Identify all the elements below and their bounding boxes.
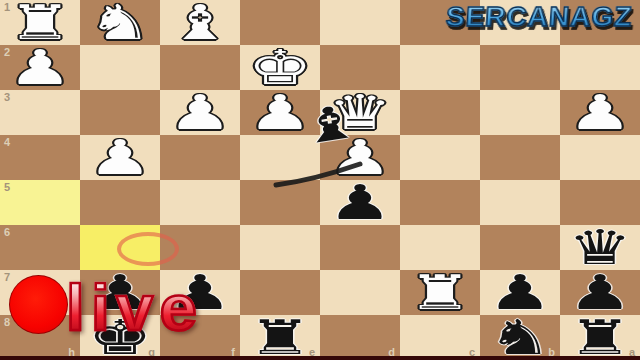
square-a4[interactable] <box>560 135 640 180</box>
square-a8[interactable]: a♜ <box>560 315 640 360</box>
square-g5[interactable] <box>80 180 160 225</box>
bottom-edge-strip <box>0 356 640 360</box>
piece-white-bishop[interactable]: ♝ <box>140 0 260 45</box>
rank-label-4: 4 <box>4 137 10 148</box>
piece-black-rook[interactable]: ♜ <box>220 315 340 360</box>
square-h3[interactable]: 3 <box>0 90 80 135</box>
square-e8[interactable]: e♜ <box>240 315 320 360</box>
piece-black-rook[interactable]: ♜ <box>540 315 640 360</box>
square-h2[interactable]: 2♟ <box>0 45 80 90</box>
record-dot-icon <box>9 275 68 334</box>
square-a3[interactable]: ♟ <box>560 90 640 135</box>
square-d6[interactable] <box>320 225 400 270</box>
square-b4[interactable] <box>480 135 560 180</box>
rank-label-8: 8 <box>4 317 10 328</box>
square-f1[interactable]: ♝ <box>160 0 240 45</box>
square-b2[interactable] <box>480 45 560 90</box>
square-e6[interactable] <box>240 225 320 270</box>
square-h6[interactable]: 6 <box>0 225 80 270</box>
square-d1[interactable] <box>320 0 400 45</box>
animated-piece-black-bishop: ♝ <box>296 95 363 154</box>
piece-white-pawn[interactable]: ♟ <box>0 45 100 90</box>
motion-trail <box>272 158 364 190</box>
square-h5[interactable]: 5 <box>0 180 80 225</box>
square-c2[interactable] <box>400 45 480 90</box>
piece-white-pawn[interactable]: ♟ <box>60 135 180 180</box>
live-badge: live <box>66 276 203 340</box>
annotation-circle-g6 <box>117 232 179 266</box>
stream-frame: 1♜♞♝2♟♚3♟♟♛♟4♟♟5♟6♛7♟♟♜♟♟8hg♚fe♜dcb♞a♜ ♝… <box>0 0 640 360</box>
square-b5[interactable] <box>480 180 560 225</box>
rank-label-6: 6 <box>4 227 10 238</box>
channel-watermark: SERCANAGZ <box>445 1 634 33</box>
square-g4[interactable]: ♟ <box>80 135 160 180</box>
rank-label-7: 7 <box>4 272 10 283</box>
square-f5[interactable] <box>160 180 240 225</box>
rank-label-5: 5 <box>4 182 10 193</box>
piece-white-pawn[interactable]: ♟ <box>540 90 640 135</box>
